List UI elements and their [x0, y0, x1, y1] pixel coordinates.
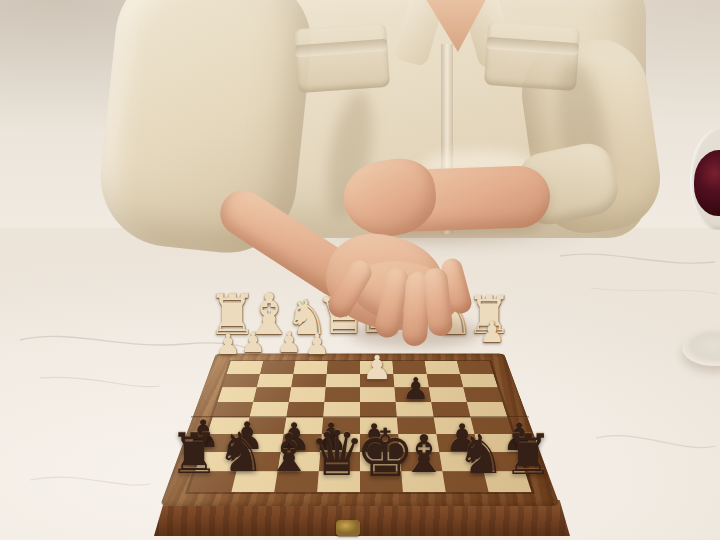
- square-h3[interactable]: [463, 387, 502, 402]
- chess-photo-scene: ♜♝♞♛♚♞♜♟♟♟♟♟♟♟♟♟♟♟♟♟♟♜♞♝♛♚♝♞♜ ♟: [0, 0, 720, 540]
- pocket-flap: [295, 39, 388, 57]
- piece-bP-f5[interactable]: ♟: [403, 374, 430, 404]
- piece-wP-b2[interactable]: ♟: [240, 329, 265, 357]
- piece-bK-e8[interactable]: ♚: [355, 421, 414, 487]
- square-b2[interactable]: [257, 374, 294, 388]
- square-e3[interactable]: [360, 387, 396, 402]
- piece-bN-g8[interactable]: ♞: [457, 428, 505, 482]
- piece-bN-b8[interactable]: ♞: [217, 426, 265, 480]
- piece-wP-a2[interactable]: ♟: [215, 331, 240, 359]
- brass-clasp: [336, 520, 360, 536]
- square-g2[interactable]: [427, 374, 464, 388]
- square-b3[interactable]: [253, 387, 291, 402]
- piece-wP-c2[interactable]: ♟: [276, 329, 301, 357]
- square-h2[interactable]: [460, 374, 498, 388]
- square-a2[interactable]: [222, 374, 260, 388]
- square-g1[interactable]: [425, 361, 460, 374]
- square-a3[interactable]: [218, 387, 257, 402]
- pocket-flap: [486, 37, 579, 55]
- square-d1[interactable]: [327, 361, 360, 374]
- square-h1[interactable]: [457, 361, 493, 374]
- square-b1[interactable]: [260, 361, 295, 374]
- piece-bR-a8[interactable]: ♜: [169, 426, 219, 482]
- square-d2[interactable]: [326, 374, 360, 388]
- chest-pocket-left: [294, 23, 390, 93]
- square-a1[interactable]: [227, 361, 263, 374]
- piece-wP-d2[interactable]: ♟: [304, 331, 329, 359]
- square-c1[interactable]: [293, 361, 327, 374]
- square-d3[interactable]: [324, 387, 360, 402]
- piece-bR-h8[interactable]: ♜: [503, 427, 553, 483]
- piece-bB-c8[interactable]: ♝: [266, 427, 313, 479]
- piece-wP-h2[interactable]: ♟: [479, 318, 505, 347]
- square-c2[interactable]: [291, 374, 327, 388]
- piece-wP-e4[interactable]: ♟: [362, 351, 392, 384]
- square-c3[interactable]: [289, 387, 326, 402]
- square-g3[interactable]: [429, 387, 467, 402]
